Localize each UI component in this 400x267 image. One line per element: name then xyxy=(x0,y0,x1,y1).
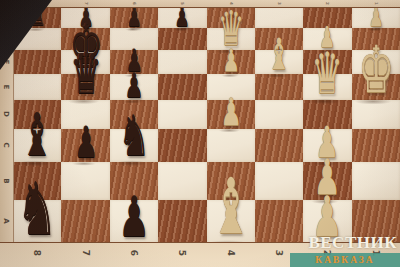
square-d3 xyxy=(255,100,303,129)
square-c2: ♟ xyxy=(303,129,351,162)
square-a7 xyxy=(61,200,109,243)
square-g7 xyxy=(61,28,109,50)
square-d2 xyxy=(303,100,351,129)
square-a6: ♟ xyxy=(110,200,158,243)
square-g3 xyxy=(255,28,303,50)
square-f5 xyxy=(158,50,206,74)
square-c1 xyxy=(352,129,400,162)
square-g2: ♟ xyxy=(303,28,351,50)
square-a3 xyxy=(255,200,303,243)
square-d1 xyxy=(352,100,400,129)
square-c7: ♟ xyxy=(61,129,109,162)
square-g5 xyxy=(158,28,206,50)
square-b5 xyxy=(158,162,206,200)
black-pawn-e6: ♟ xyxy=(124,68,143,102)
watermark-band: КАВКАЗА xyxy=(290,253,400,267)
square-h6: ♟ xyxy=(110,7,158,28)
chessboard-photo: ♜♟♟♟♟♛♟♚♟♟♝♛♟♛♚♟♝♟♞♟♟♞♟♝♟ HGFEDCBA876543… xyxy=(0,0,400,267)
square-h3 xyxy=(255,7,303,28)
square-c4 xyxy=(207,129,255,162)
square-e8 xyxy=(13,74,61,100)
square-a5 xyxy=(158,200,206,243)
white-pawn-f4: ♟ xyxy=(222,45,239,76)
square-h4 xyxy=(207,7,255,28)
square-e2: ♛ xyxy=(303,74,351,100)
square-f4: ♟ xyxy=(207,50,255,74)
square-f8 xyxy=(13,50,61,74)
square-f3: ♝ xyxy=(255,50,303,74)
square-e6: ♟ xyxy=(110,74,158,100)
square-b8 xyxy=(13,162,61,200)
square-b3 xyxy=(255,162,303,200)
board-grid: ♜♟♟♟♟♛♟♚♟♟♝♛♟♛♚♟♝♟♞♟♟♞♟♝♟ xyxy=(13,7,400,243)
square-c8: ♝ xyxy=(13,129,61,162)
square-b7 xyxy=(61,162,109,200)
square-c5 xyxy=(158,129,206,162)
square-b2: ♟ xyxy=(303,162,351,200)
square-d5 xyxy=(158,100,206,129)
square-f7: ♚ xyxy=(61,50,109,74)
watermark-subtitle: КАВКАЗА xyxy=(290,253,400,267)
watermark-title: ВЕСТНИК xyxy=(308,233,397,253)
square-c6: ♞ xyxy=(110,129,158,162)
square-d6 xyxy=(110,100,158,129)
white-pawn-g2: ♟ xyxy=(319,23,335,52)
square-h5: ♟ xyxy=(158,7,206,28)
black-pawn-f6: ♟ xyxy=(125,45,142,76)
square-g1 xyxy=(352,28,400,50)
square-f6: ♟ xyxy=(110,50,158,74)
square-h7: ♟ xyxy=(61,7,109,28)
square-b6 xyxy=(110,162,158,200)
square-e4 xyxy=(207,74,255,100)
square-e7: ♛ xyxy=(61,74,109,100)
square-f1 xyxy=(352,50,400,74)
square-b1 xyxy=(352,162,400,200)
square-e3 xyxy=(255,74,303,100)
square-g6 xyxy=(110,28,158,50)
square-d7 xyxy=(61,100,109,129)
square-a8: ♞ xyxy=(13,200,61,243)
square-g4: ♛ xyxy=(207,28,255,50)
square-f2 xyxy=(303,50,351,74)
square-a4: ♝ xyxy=(207,200,255,243)
square-d4: ♟ xyxy=(207,100,255,129)
board-frame-top-edge xyxy=(0,0,400,8)
square-e1: ♚ xyxy=(352,74,400,100)
square-b4 xyxy=(207,162,255,200)
square-h2 xyxy=(303,7,351,28)
square-e5 xyxy=(158,74,206,100)
square-d8 xyxy=(13,100,61,129)
square-h1: ♟ xyxy=(352,7,400,28)
square-c3 xyxy=(255,129,303,162)
